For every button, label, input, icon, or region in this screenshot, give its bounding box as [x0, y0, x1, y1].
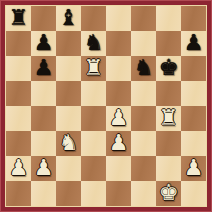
square-b4[interactable]	[31, 106, 56, 131]
square-d1[interactable]	[81, 181, 106, 206]
square-h5[interactable]	[181, 81, 206, 106]
chess-board: ♜♝♟♞♟♟♜♞♚♟♜♞♟♟♟♟♚	[5, 5, 207, 207]
square-f8[interactable]	[131, 6, 156, 31]
square-a4[interactable]	[6, 106, 31, 131]
square-e5[interactable]	[106, 81, 131, 106]
square-c5[interactable]	[56, 81, 81, 106]
square-h8[interactable]	[181, 6, 206, 31]
piece-black-rook-a8: ♜	[9, 6, 29, 30]
square-g7[interactable]	[156, 31, 181, 56]
square-f2[interactable]	[131, 156, 156, 181]
square-b5[interactable]	[31, 81, 56, 106]
square-a8[interactable]: ♜	[6, 6, 31, 31]
piece-black-pawn-b7: ♟	[34, 31, 54, 55]
square-f1[interactable]	[131, 181, 156, 206]
square-d2[interactable]	[81, 156, 106, 181]
square-c1[interactable]	[56, 181, 81, 206]
square-b7[interactable]: ♟	[31, 31, 56, 56]
piece-black-knight-f6: ♞	[134, 56, 154, 80]
square-b8[interactable]	[31, 6, 56, 31]
piece-black-king-g6: ♚	[159, 56, 179, 80]
piece-white-pawn-b2: ♟	[34, 156, 54, 180]
square-e3[interactable]: ♟	[106, 131, 131, 156]
square-c8[interactable]: ♝	[56, 6, 81, 31]
square-g6[interactable]: ♚	[156, 56, 181, 81]
square-c3[interactable]: ♞	[56, 131, 81, 156]
square-f3[interactable]	[131, 131, 156, 156]
square-c6[interactable]	[56, 56, 81, 81]
square-c2[interactable]	[56, 156, 81, 181]
square-g2[interactable]	[156, 156, 181, 181]
square-c7[interactable]	[56, 31, 81, 56]
square-h7[interactable]: ♟	[181, 31, 206, 56]
square-f4[interactable]	[131, 106, 156, 131]
square-e8[interactable]	[106, 6, 131, 31]
square-h1[interactable]	[181, 181, 206, 206]
piece-white-knight-c3: ♞	[59, 131, 79, 155]
square-c4[interactable]	[56, 106, 81, 131]
square-g3[interactable]	[156, 131, 181, 156]
square-g5[interactable]	[156, 81, 181, 106]
square-g4[interactable]: ♜	[156, 106, 181, 131]
square-a1[interactable]	[6, 181, 31, 206]
piece-black-knight-d7: ♞	[84, 31, 104, 55]
square-h4[interactable]	[181, 106, 206, 131]
square-d5[interactable]	[81, 81, 106, 106]
square-b2[interactable]: ♟	[31, 156, 56, 181]
square-b6[interactable]: ♟	[31, 56, 56, 81]
square-d6[interactable]: ♜	[81, 56, 106, 81]
square-a7[interactable]	[6, 31, 31, 56]
square-a5[interactable]	[6, 81, 31, 106]
square-a2[interactable]: ♟	[6, 156, 31, 181]
square-h6[interactable]	[181, 56, 206, 81]
chess-board-frame: ♜♝♟♞♟♟♜♞♚♟♜♞♟♟♟♟♚	[0, 0, 212, 212]
square-e4[interactable]: ♟	[106, 106, 131, 131]
square-e7[interactable]	[106, 31, 131, 56]
square-a3[interactable]	[6, 131, 31, 156]
square-e1[interactable]	[106, 181, 131, 206]
square-g1[interactable]: ♚	[156, 181, 181, 206]
square-f5[interactable]	[131, 81, 156, 106]
piece-white-pawn-e4: ♟	[109, 106, 129, 130]
square-b1[interactable]	[31, 181, 56, 206]
square-d4[interactable]	[81, 106, 106, 131]
square-d8[interactable]	[81, 6, 106, 31]
piece-white-pawn-a2: ♟	[9, 156, 29, 180]
piece-white-rook-g4: ♜	[159, 106, 179, 130]
piece-black-pawn-h7: ♟	[184, 31, 204, 55]
piece-white-pawn-h2: ♟	[184, 156, 204, 180]
piece-black-bishop-c8: ♝	[59, 6, 79, 30]
square-b3[interactable]	[31, 131, 56, 156]
square-d3[interactable]	[81, 131, 106, 156]
square-h2[interactable]: ♟	[181, 156, 206, 181]
piece-white-king-g1: ♚	[159, 181, 179, 205]
square-g8[interactable]	[156, 6, 181, 31]
square-e2[interactable]	[106, 156, 131, 181]
square-a6[interactable]	[6, 56, 31, 81]
square-e6[interactable]	[106, 56, 131, 81]
square-f6[interactable]: ♞	[131, 56, 156, 81]
piece-black-pawn-b6: ♟	[34, 56, 54, 80]
piece-white-pawn-e3: ♟	[109, 131, 129, 155]
piece-white-rook-d6: ♜	[84, 56, 104, 80]
square-f7[interactable]	[131, 31, 156, 56]
square-d7[interactable]: ♞	[81, 31, 106, 56]
square-h3[interactable]	[181, 131, 206, 156]
